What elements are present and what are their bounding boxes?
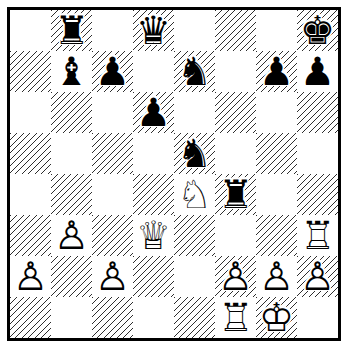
square-a2[interactable]: ♟♙ bbox=[10, 256, 51, 297]
black-piece-glyph: ♝ bbox=[54, 51, 89, 90]
square-c4[interactable] bbox=[92, 174, 133, 215]
square-g8[interactable] bbox=[256, 10, 297, 51]
black-queen[interactable]: ♛ bbox=[133, 10, 174, 51]
white-king[interactable]: ♚♔ bbox=[256, 297, 297, 338]
white-piece-outline: ♙ bbox=[13, 256, 48, 295]
square-d7[interactable] bbox=[133, 51, 174, 92]
square-f4[interactable]: ♜ bbox=[215, 174, 256, 215]
square-h8[interactable]: ♚ bbox=[297, 10, 338, 51]
square-b3[interactable]: ♟♙ bbox=[51, 215, 92, 256]
black-piece-glyph: ♟ bbox=[136, 92, 171, 131]
black-piece-glyph: ♞ bbox=[177, 133, 212, 172]
square-d3[interactable]: ♛♕ bbox=[133, 215, 174, 256]
square-a6[interactable] bbox=[10, 92, 51, 133]
square-a5[interactable] bbox=[10, 133, 51, 174]
black-piece-glyph: ♟ bbox=[259, 51, 294, 90]
chess-board: ♜♛♚♝♟♞♟♟♟♞♞♘♜♟♙♛♕♜♖♟♙♟♙♟♙♟♙♟♙♜♖♚♔ bbox=[10, 10, 338, 338]
square-e7[interactable]: ♞ bbox=[174, 51, 215, 92]
square-f6[interactable] bbox=[215, 92, 256, 133]
black-knight[interactable]: ♞ bbox=[174, 51, 215, 92]
square-a1[interactable] bbox=[10, 297, 51, 338]
square-f2[interactable]: ♟♙ bbox=[215, 256, 256, 297]
black-king[interactable]: ♚ bbox=[297, 10, 338, 51]
square-h2[interactable]: ♟♙ bbox=[297, 256, 338, 297]
square-f1[interactable]: ♜♖ bbox=[215, 297, 256, 338]
square-a7[interactable] bbox=[10, 51, 51, 92]
white-rook[interactable]: ♜♖ bbox=[297, 215, 338, 256]
black-rook[interactable]: ♜ bbox=[51, 10, 92, 51]
white-pawn[interactable]: ♟♙ bbox=[297, 256, 338, 297]
square-e4[interactable]: ♞♘ bbox=[174, 174, 215, 215]
square-e1[interactable] bbox=[174, 297, 215, 338]
square-c6[interactable] bbox=[92, 92, 133, 133]
white-piece-outline: ♖ bbox=[218, 297, 253, 336]
chess-diagram: ♜♛♚♝♟♞♟♟♟♞♞♘♜♟♙♛♕♜♖♟♙♟♙♟♙♟♙♟♙♜♖♚♔ bbox=[0, 0, 350, 350]
square-h3[interactable]: ♜♖ bbox=[297, 215, 338, 256]
square-g3[interactable] bbox=[256, 215, 297, 256]
square-e2[interactable] bbox=[174, 256, 215, 297]
square-d5[interactable] bbox=[133, 133, 174, 174]
black-pawn[interactable]: ♟ bbox=[256, 51, 297, 92]
square-b2[interactable] bbox=[51, 256, 92, 297]
board-frame: ♜♛♚♝♟♞♟♟♟♞♞♘♜♟♙♛♕♜♖♟♙♟♙♟♙♟♙♟♙♜♖♚♔ bbox=[7, 7, 341, 341]
square-b8[interactable]: ♜ bbox=[51, 10, 92, 51]
square-h7[interactable]: ♟ bbox=[297, 51, 338, 92]
white-pawn[interactable]: ♟♙ bbox=[256, 256, 297, 297]
white-piece-outline: ♙ bbox=[218, 256, 253, 295]
square-f5[interactable] bbox=[215, 133, 256, 174]
square-f7[interactable] bbox=[215, 51, 256, 92]
square-d2[interactable] bbox=[133, 256, 174, 297]
square-c1[interactable] bbox=[92, 297, 133, 338]
black-pawn[interactable]: ♟ bbox=[297, 51, 338, 92]
square-g4[interactable] bbox=[256, 174, 297, 215]
square-d8[interactable]: ♛ bbox=[133, 10, 174, 51]
square-c3[interactable] bbox=[92, 215, 133, 256]
white-queen[interactable]: ♛♕ bbox=[133, 215, 174, 256]
square-g2[interactable]: ♟♙ bbox=[256, 256, 297, 297]
square-b5[interactable] bbox=[51, 133, 92, 174]
square-a3[interactable] bbox=[10, 215, 51, 256]
black-piece-glyph: ♛ bbox=[136, 10, 171, 49]
square-h5[interactable] bbox=[297, 133, 338, 174]
black-piece-glyph: ♟ bbox=[300, 51, 335, 90]
white-piece-outline: ♙ bbox=[259, 256, 294, 295]
white-piece-outline: ♘ bbox=[177, 174, 212, 213]
black-knight[interactable]: ♞ bbox=[174, 133, 215, 174]
square-c5[interactable] bbox=[92, 133, 133, 174]
square-f3[interactable] bbox=[215, 215, 256, 256]
white-piece-outline: ♙ bbox=[300, 256, 335, 295]
square-h4[interactable] bbox=[297, 174, 338, 215]
square-g6[interactable] bbox=[256, 92, 297, 133]
black-bishop[interactable]: ♝ bbox=[51, 51, 92, 92]
black-piece-glyph: ♟ bbox=[95, 51, 130, 90]
square-g1[interactable]: ♚♔ bbox=[256, 297, 297, 338]
square-e6[interactable] bbox=[174, 92, 215, 133]
square-h1[interactable] bbox=[297, 297, 338, 338]
square-b1[interactable] bbox=[51, 297, 92, 338]
black-pawn[interactable]: ♟ bbox=[92, 51, 133, 92]
black-piece-glyph: ♞ bbox=[177, 51, 212, 90]
black-piece-glyph: ♜ bbox=[54, 10, 89, 49]
white-pawn[interactable]: ♟♙ bbox=[92, 256, 133, 297]
white-piece-outline: ♖ bbox=[300, 215, 335, 254]
white-piece-outline: ♔ bbox=[259, 297, 294, 336]
square-b7[interactable]: ♝ bbox=[51, 51, 92, 92]
square-e5[interactable]: ♞ bbox=[174, 133, 215, 174]
white-knight[interactable]: ♞♘ bbox=[174, 174, 215, 215]
black-rook[interactable]: ♜ bbox=[215, 174, 256, 215]
white-piece-outline: ♙ bbox=[54, 215, 89, 254]
black-pawn[interactable]: ♟ bbox=[133, 92, 174, 133]
square-g7[interactable]: ♟ bbox=[256, 51, 297, 92]
square-b6[interactable] bbox=[51, 92, 92, 133]
square-c7[interactable]: ♟ bbox=[92, 51, 133, 92]
black-piece-glyph: ♜ bbox=[218, 174, 253, 213]
square-h6[interactable] bbox=[297, 92, 338, 133]
square-c8[interactable] bbox=[92, 10, 133, 51]
white-piece-outline: ♙ bbox=[95, 256, 130, 295]
square-g5[interactable] bbox=[256, 133, 297, 174]
square-b4[interactable] bbox=[51, 174, 92, 215]
white-rook[interactable]: ♜♖ bbox=[215, 297, 256, 338]
square-d6[interactable]: ♟ bbox=[133, 92, 174, 133]
square-f8[interactable] bbox=[215, 10, 256, 51]
square-a8[interactable] bbox=[10, 10, 51, 51]
white-pawn[interactable]: ♟♙ bbox=[10, 256, 51, 297]
black-piece-glyph: ♚ bbox=[300, 10, 335, 49]
square-d4[interactable] bbox=[133, 174, 174, 215]
square-e8[interactable] bbox=[174, 10, 215, 51]
square-d1[interactable] bbox=[133, 297, 174, 338]
white-pawn[interactable]: ♟♙ bbox=[215, 256, 256, 297]
square-c2[interactable]: ♟♙ bbox=[92, 256, 133, 297]
square-a4[interactable] bbox=[10, 174, 51, 215]
white-piece-outline: ♕ bbox=[136, 215, 171, 254]
square-e3[interactable] bbox=[174, 215, 215, 256]
white-pawn[interactable]: ♟♙ bbox=[51, 215, 92, 256]
